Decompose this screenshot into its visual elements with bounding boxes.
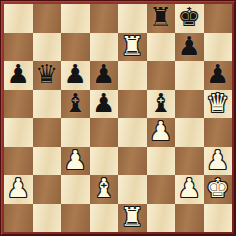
piece-black-queen[interactable]: ♛: [35, 61, 58, 88]
square-h7[interactable]: [204, 33, 233, 62]
square-h8[interactable]: [204, 4, 233, 33]
square-a2[interactable]: ♟: [4, 175, 33, 204]
square-d4[interactable]: [90, 118, 119, 147]
square-c1[interactable]: [61, 204, 90, 233]
square-b6[interactable]: ♛: [33, 61, 62, 90]
square-e8[interactable]: [118, 4, 147, 33]
square-b2[interactable]: [33, 175, 62, 204]
square-b8[interactable]: [33, 4, 62, 33]
square-g1[interactable]: [175, 204, 204, 233]
square-c6[interactable]: ♟: [61, 61, 90, 90]
piece-black-pawn[interactable]: ♟: [92, 61, 115, 88]
square-g6[interactable]: [175, 61, 204, 90]
square-f3[interactable]: [147, 147, 176, 176]
square-a1[interactable]: [4, 204, 33, 233]
square-f7[interactable]: [147, 33, 176, 62]
square-b7[interactable]: [33, 33, 62, 62]
piece-black-pawn[interactable]: ♟: [206, 61, 229, 88]
square-h4[interactable]: [204, 118, 233, 147]
square-a6[interactable]: ♟: [4, 61, 33, 90]
square-h5[interactable]: ♛: [204, 90, 233, 119]
square-h2[interactable]: ♚: [204, 175, 233, 204]
square-a3[interactable]: [4, 147, 33, 176]
piece-black-pawn[interactable]: ♟: [178, 33, 201, 60]
square-e1[interactable]: ♜: [118, 204, 147, 233]
square-a5[interactable]: [4, 90, 33, 119]
piece-white-bishop[interactable]: ♝: [92, 175, 115, 202]
square-g3[interactable]: [175, 147, 204, 176]
square-f8[interactable]: ♜: [147, 4, 176, 33]
square-f6[interactable]: [147, 61, 176, 90]
piece-white-pawn[interactable]: ♟: [178, 175, 201, 202]
square-f4[interactable]: ♟: [147, 118, 176, 147]
square-h6[interactable]: ♟: [204, 61, 233, 90]
square-f2[interactable]: [147, 175, 176, 204]
square-f1[interactable]: [147, 204, 176, 233]
square-a7[interactable]: [4, 33, 33, 62]
piece-white-pawn[interactable]: ♟: [149, 118, 172, 145]
piece-white-pawn[interactable]: ♟: [7, 175, 30, 202]
square-c5[interactable]: ♝: [61, 90, 90, 119]
piece-white-king[interactable]: ♚: [206, 175, 229, 202]
square-c2[interactable]: [61, 175, 90, 204]
piece-black-king[interactable]: ♚: [178, 4, 201, 31]
piece-black-bishop[interactable]: ♝: [64, 90, 87, 117]
square-c3[interactable]: ♟: [61, 147, 90, 176]
piece-black-pawn[interactable]: ♟: [7, 61, 30, 88]
piece-white-queen[interactable]: ♛: [206, 90, 229, 117]
square-e3[interactable]: [118, 147, 147, 176]
square-f5[interactable]: ♝: [147, 90, 176, 119]
square-g2[interactable]: ♟: [175, 175, 204, 204]
square-d3[interactable]: [90, 147, 119, 176]
square-g5[interactable]: [175, 90, 204, 119]
square-d2[interactable]: ♝: [90, 175, 119, 204]
piece-white-pawn[interactable]: ♟: [206, 147, 229, 174]
square-h3[interactable]: ♟: [204, 147, 233, 176]
square-d5[interactable]: ♟: [90, 90, 119, 119]
piece-white-rook[interactable]: ♜: [121, 204, 144, 231]
piece-black-rook[interactable]: ♜: [149, 4, 172, 31]
square-e6[interactable]: [118, 61, 147, 90]
square-a4[interactable]: [4, 118, 33, 147]
square-e2[interactable]: [118, 175, 147, 204]
piece-black-pawn[interactable]: ♟: [92, 90, 115, 117]
square-a8[interactable]: [4, 4, 33, 33]
square-d6[interactable]: ♟: [90, 61, 119, 90]
square-d8[interactable]: [90, 4, 119, 33]
square-e4[interactable]: [118, 118, 147, 147]
piece-white-pawn[interactable]: ♟: [64, 147, 87, 174]
square-b1[interactable]: [33, 204, 62, 233]
square-e7[interactable]: ♜: [118, 33, 147, 62]
square-d1[interactable]: [90, 204, 119, 233]
piece-black-bishop[interactable]: ♝: [149, 90, 172, 117]
piece-black-pawn[interactable]: ♟: [64, 61, 87, 88]
square-c7[interactable]: [61, 33, 90, 62]
square-c4[interactable]: [61, 118, 90, 147]
square-c8[interactable]: [61, 4, 90, 33]
square-h1[interactable]: [204, 204, 233, 233]
square-e5[interactable]: [118, 90, 147, 119]
square-d7[interactable]: [90, 33, 119, 62]
square-b4[interactable]: [33, 118, 62, 147]
chess-diagram: ♜♚♜♟♟♛♟♟♟♝♟♝♛♟♟♟♟♝♟♚♜: [0, 0, 236, 236]
square-g8[interactable]: ♚: [175, 4, 204, 33]
square-g4[interactable]: [175, 118, 204, 147]
board-frame: ♜♚♜♟♟♛♟♟♟♝♟♝♛♟♟♟♟♝♟♚♜: [0, 0, 236, 236]
piece-white-rook[interactable]: ♜: [121, 33, 144, 60]
square-b3[interactable]: [33, 147, 62, 176]
chess-board: ♜♚♜♟♟♛♟♟♟♝♟♝♛♟♟♟♟♝♟♚♜: [4, 4, 232, 232]
square-g7[interactable]: ♟: [175, 33, 204, 62]
square-b5[interactable]: [33, 90, 62, 119]
